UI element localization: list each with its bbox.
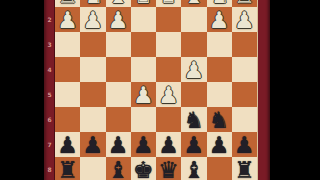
square-b4	[207, 57, 232, 82]
square-e2	[131, 7, 156, 32]
square-c1: ♝	[181, 0, 206, 7]
square-c8: ♝	[181, 157, 206, 180]
black-pawn: ♟	[106, 132, 131, 157]
square-a8: ♜	[232, 157, 257, 180]
square-h4	[55, 57, 80, 82]
white-pawn: ♟	[55, 7, 80, 32]
rank-label-4: 4	[44, 57, 55, 82]
rank-label-8: 8	[44, 157, 55, 180]
white-pawn: ♟	[131, 82, 156, 107]
black-pawn: ♟	[181, 132, 206, 157]
square-b3	[207, 32, 232, 57]
square-b7: ♟	[207, 132, 232, 157]
board-frame: 12345678 ♜♞♝♚♛♝♞♜♟♟♟♟♟♟♟♟♞♞♟♟♟♟♟♟♟♟♜♝♚♛♝…	[44, 0, 270, 180]
square-f1: ♝	[106, 0, 131, 7]
black-pawn: ♟	[80, 132, 105, 157]
black-pawn: ♟	[156, 132, 181, 157]
chess-video-frame: 12345678 ♜♞♝♚♛♝♞♜♟♟♟♟♟♟♟♟♞♞♟♟♟♟♟♟♟♟♜♝♚♛♝…	[0, 0, 320, 180]
square-e5: ♟	[131, 82, 156, 107]
white-queen: ♛	[156, 0, 181, 7]
rank-label-1: 1	[44, 0, 55, 7]
square-a5	[232, 82, 257, 107]
square-g7: ♟	[80, 132, 105, 157]
square-g2: ♟	[80, 7, 105, 32]
square-h3	[55, 32, 80, 57]
white-knight: ♞	[207, 0, 232, 7]
black-knight: ♞	[181, 107, 206, 132]
square-d2	[156, 7, 181, 32]
square-c3	[181, 32, 206, 57]
white-bishop: ♝	[181, 0, 206, 7]
white-king: ♚	[131, 0, 156, 7]
square-e6	[131, 107, 156, 132]
square-h5	[55, 82, 80, 107]
square-c7: ♟	[181, 132, 206, 157]
square-b1: ♞	[207, 0, 232, 7]
square-e4	[131, 57, 156, 82]
black-bishop: ♝	[106, 157, 131, 180]
white-pawn: ♟	[106, 7, 131, 32]
white-pawn: ♟	[232, 7, 257, 32]
letterbox-left	[0, 0, 44, 180]
square-f8: ♝	[106, 157, 131, 180]
white-pawn: ♟	[207, 7, 232, 32]
square-a1: ♜	[232, 0, 257, 7]
rank-label-7: 7	[44, 132, 55, 157]
black-pawn: ♟	[55, 132, 80, 157]
black-pawn: ♟	[232, 132, 257, 157]
square-g8	[80, 157, 105, 180]
square-h1: ♜	[55, 0, 80, 7]
square-d4	[156, 57, 181, 82]
rank-label-5: 5	[44, 82, 55, 107]
black-rook: ♜	[232, 157, 257, 180]
square-a2: ♟	[232, 7, 257, 32]
white-rook: ♜	[232, 0, 257, 7]
square-g5	[80, 82, 105, 107]
square-c2	[181, 7, 206, 32]
square-d1: ♛	[156, 0, 181, 7]
rank-label-3: 3	[44, 32, 55, 57]
rank-label-6: 6	[44, 107, 55, 132]
black-pawn: ♟	[131, 132, 156, 157]
square-b5	[207, 82, 232, 107]
square-g1: ♞	[80, 0, 105, 7]
square-f3	[106, 32, 131, 57]
square-d6	[156, 107, 181, 132]
square-b8	[207, 157, 232, 180]
square-c6: ♞	[181, 107, 206, 132]
black-rook: ♜	[55, 157, 80, 180]
square-d3	[156, 32, 181, 57]
square-c5	[181, 82, 206, 107]
square-d7: ♟	[156, 132, 181, 157]
square-h8: ♜	[55, 157, 80, 180]
square-f5	[106, 82, 131, 107]
black-knight: ♞	[207, 107, 232, 132]
black-king: ♚	[131, 157, 156, 180]
rank-label-2: 2	[44, 7, 55, 32]
square-b6: ♞	[207, 107, 232, 132]
square-g4	[80, 57, 105, 82]
white-pawn: ♟	[181, 57, 206, 82]
square-g3	[80, 32, 105, 57]
square-f6	[106, 107, 131, 132]
square-f7: ♟	[106, 132, 131, 157]
square-d8: ♛	[156, 157, 181, 180]
square-a4	[232, 57, 257, 82]
white-bishop: ♝	[106, 0, 131, 7]
black-queen: ♛	[156, 157, 181, 180]
square-a7: ♟	[232, 132, 257, 157]
square-e1: ♚	[131, 0, 156, 7]
white-rook: ♜	[55, 0, 80, 7]
black-pawn: ♟	[207, 132, 232, 157]
square-h6	[55, 107, 80, 132]
square-e8: ♚	[131, 157, 156, 180]
square-h2: ♟	[55, 7, 80, 32]
square-e7: ♟	[131, 132, 156, 157]
letterbox-right	[270, 0, 320, 180]
square-b2: ♟	[207, 7, 232, 32]
square-e3	[131, 32, 156, 57]
square-f2: ♟	[106, 7, 131, 32]
chess-board: ♜♞♝♚♛♝♞♜♟♟♟♟♟♟♟♟♞♞♟♟♟♟♟♟♟♟♜♝♚♛♝♜	[55, 0, 257, 180]
white-pawn: ♟	[156, 82, 181, 107]
black-bishop: ♝	[181, 157, 206, 180]
white-pawn: ♟	[80, 7, 105, 32]
square-g6	[80, 107, 105, 132]
square-h7: ♟	[55, 132, 80, 157]
square-f4	[106, 57, 131, 82]
white-knight: ♞	[80, 0, 105, 7]
square-a3	[232, 32, 257, 57]
square-d5: ♟	[156, 82, 181, 107]
square-c4: ♟	[181, 57, 206, 82]
square-a6	[232, 107, 257, 132]
